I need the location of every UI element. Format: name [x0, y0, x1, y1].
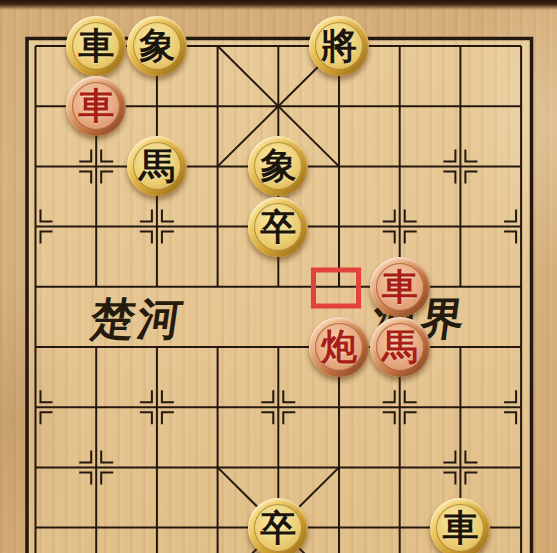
piece-face: 馬 — [133, 142, 181, 190]
piece-glyph: 卒 — [260, 209, 296, 245]
piece-face: 象 — [254, 142, 302, 190]
piece-glyph: 炮 — [321, 329, 357, 365]
xiangqi-board[interactable]: 楚河 漢界 車象將車馬象卒車炮馬卒車 — [0, 0, 557, 553]
piece-black-elephant[interactable]: 象 — [248, 136, 308, 196]
piece-face: 象 — [133, 22, 181, 70]
piece-glyph: 將 — [321, 28, 357, 64]
piece-glyph: 車 — [78, 28, 114, 64]
piece-face: 卒 — [254, 504, 302, 552]
piece-black-soldier[interactable]: 卒 — [248, 197, 308, 257]
piece-glyph: 象 — [139, 28, 175, 64]
piece-red-chariot[interactable]: 車 — [66, 76, 126, 136]
piece-glyph: 象 — [260, 148, 296, 184]
piece-red-chariot[interactable]: 車 — [370, 257, 430, 317]
piece-black-general[interactable]: 將 — [309, 16, 369, 76]
piece-face: 馬 — [376, 323, 424, 371]
piece-black-soldier[interactable]: 卒 — [248, 498, 308, 553]
piece-black-chariot[interactable]: 車 — [66, 16, 126, 76]
piece-black-horse[interactable]: 馬 — [127, 136, 187, 196]
piece-face: 車 — [376, 263, 424, 311]
piece-face: 卒 — [254, 203, 302, 251]
piece-glyph: 馬 — [139, 148, 175, 184]
top-shadow-bar — [0, 0, 557, 10]
piece-black-chariot[interactable]: 車 — [430, 498, 490, 553]
piece-glyph: 車 — [442, 510, 478, 546]
pieces-layer: 車象將車馬象卒車炮馬卒車 — [0, 0, 557, 553]
piece-face: 車 — [436, 504, 484, 552]
piece-glyph: 車 — [382, 269, 418, 305]
piece-face: 將 — [315, 22, 363, 70]
piece-face: 車 — [72, 22, 120, 70]
piece-black-elephant[interactable]: 象 — [127, 16, 187, 76]
piece-red-horse[interactable]: 馬 — [370, 317, 430, 377]
piece-glyph: 卒 — [260, 510, 296, 546]
piece-glyph: 車 — [78, 88, 114, 124]
piece-glyph: 馬 — [382, 329, 418, 365]
piece-face: 車 — [72, 82, 120, 130]
piece-face: 炮 — [315, 323, 363, 371]
piece-red-cannon[interactable]: 炮 — [309, 317, 369, 377]
